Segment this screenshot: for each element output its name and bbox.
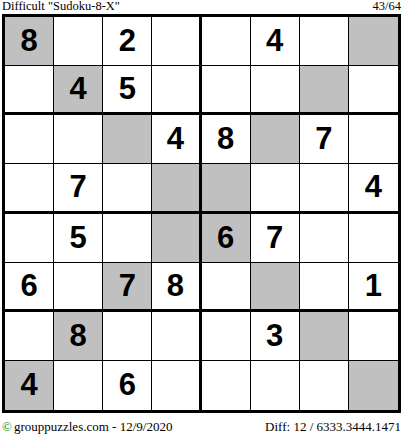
cell-r2c5 (202, 66, 251, 115)
cell-r6c4: 8 (152, 263, 201, 312)
cell-r1c2 (54, 17, 103, 66)
cell-r3c4: 4 (152, 115, 201, 164)
cell-r7c2: 8 (54, 312, 103, 361)
page-footer: ©grouppuzzles.com - 12/9/2020 Diff: 12 /… (2, 419, 401, 435)
cell-r5c8 (349, 214, 398, 263)
cell-r1c3: 2 (103, 17, 152, 66)
cell-r4c2: 7 (54, 164, 103, 213)
cell-r8c2 (54, 361, 103, 410)
cell-r7c6: 3 (251, 312, 300, 361)
cell-r3c3 (103, 115, 152, 164)
cell-r5c3 (103, 214, 152, 263)
cell-r3c5: 8 (202, 115, 251, 164)
cell-r7c3 (103, 312, 152, 361)
cell-r6c8: 1 (349, 263, 398, 312)
cell-r3c7: 7 (300, 115, 349, 164)
cell-r3c6 (251, 115, 300, 164)
cell-r5c6: 7 (251, 214, 300, 263)
cell-r5c4 (152, 214, 201, 263)
cell-r1c6: 4 (251, 17, 300, 66)
cell-r2c4 (152, 66, 201, 115)
cell-r5c7 (300, 214, 349, 263)
cell-r6c6 (251, 263, 300, 312)
cell-r1c4 (152, 17, 201, 66)
page-title: Difficult "Sudoku-8-X" (2, 0, 120, 13)
cell-r5c2: 5 (54, 214, 103, 263)
sudoku-board: 824454877456767818346 (2, 14, 401, 413)
cell-r6c3: 7 (103, 263, 152, 312)
cell-r1c7 (300, 17, 349, 66)
cell-r5c1 (5, 214, 54, 263)
cell-r8c3: 6 (103, 361, 152, 410)
cell-r7c7 (300, 312, 349, 361)
cell-r3c8 (349, 115, 398, 164)
cell-r6c5 (202, 263, 251, 312)
cell-r2c6 (251, 66, 300, 115)
cell-r6c2 (54, 263, 103, 312)
cell-r7c8 (349, 312, 398, 361)
cells-remaining-counter: 43/64 (373, 0, 401, 13)
cell-r2c8 (349, 66, 398, 115)
cell-r8c1: 4 (5, 361, 54, 410)
cell-r3c2 (54, 115, 103, 164)
cell-r7c4 (152, 312, 201, 361)
cell-r4c8: 4 (349, 164, 398, 213)
cell-r2c7 (300, 66, 349, 115)
cell-r8c6 (251, 361, 300, 410)
cell-r4c4 (152, 164, 201, 213)
cell-r4c6 (251, 164, 300, 213)
cell-r4c3 (103, 164, 152, 213)
cell-r8c7 (300, 361, 349, 410)
copyright-line: ©grouppuzzles.com - 12/9/2020 (2, 419, 172, 435)
cell-r6c1: 6 (5, 263, 54, 312)
cell-r1c5 (202, 17, 251, 66)
page-header: Difficult "Sudoku-8-X" 43/64 (2, 0, 401, 14)
cell-r1c1: 8 (5, 17, 54, 66)
cell-r4c1 (5, 164, 54, 213)
cell-r8c5 (202, 361, 251, 410)
cell-r8c8 (349, 361, 398, 410)
copyright-icon: © (2, 419, 12, 434)
cell-r6c7 (300, 263, 349, 312)
cell-r2c2: 4 (54, 66, 103, 115)
cell-r7c1 (5, 312, 54, 361)
cell-r7c5 (202, 312, 251, 361)
cell-r4c7 (300, 164, 349, 213)
cell-r8c4 (152, 361, 201, 410)
difficulty-text: Diff: 12 / 6333.3444.1471 (265, 419, 401, 435)
cell-r4c5 (202, 164, 251, 213)
puzzle-page: Difficult "Sudoku-8-X" 43/64 82445487745… (0, 0, 403, 437)
cell-r2c1 (5, 66, 54, 115)
copyright-text: grouppuzzles.com - 12/9/2020 (14, 419, 173, 434)
cell-r5c5: 6 (202, 214, 251, 263)
cell-r2c3: 5 (103, 66, 152, 115)
cell-r1c8 (349, 17, 398, 66)
cell-r3c1 (5, 115, 54, 164)
